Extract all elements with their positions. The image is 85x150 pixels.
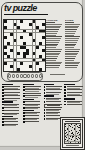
listing-text-line — [46, 94, 59, 95]
clue-line — [46, 22, 55, 23]
listing-text — [67, 86, 83, 88]
listing-text-line — [25, 101, 40, 102]
clue-line — [46, 26, 61, 27]
clue-column-across: ACROSS — [46, 19, 63, 72]
listing-text — [25, 107, 41, 109]
listing-entry — [23, 107, 42, 109]
listing-text-line — [67, 102, 80, 103]
bonus-circle — [31, 74, 34, 79]
clue-line — [46, 45, 57, 46]
clue-line — [46, 40, 60, 41]
listing-entry — [2, 104, 21, 106]
listing-entry — [23, 86, 42, 88]
solution-subcaption — [66, 145, 78, 146]
listing-entry — [23, 95, 42, 97]
time-header — [44, 95, 55, 96]
clue-line — [46, 62, 62, 63]
listing-text — [4, 121, 20, 123]
clue-line — [65, 31, 76, 32]
listing-text — [25, 112, 41, 114]
grid-cell[interactable] — [42, 68, 45, 71]
clue-line — [65, 49, 80, 50]
listing-entry — [23, 121, 42, 123]
listing-text-line — [4, 125, 16, 126]
listing-text — [4, 113, 20, 115]
listing-text — [4, 98, 20, 100]
clue-line — [65, 47, 74, 48]
listing-column — [23, 83, 42, 146]
listing-text-line — [46, 101, 61, 102]
listing-text — [25, 115, 41, 117]
time-header — [2, 101, 13, 102]
clue-line — [65, 38, 79, 39]
time-header — [2, 84, 13, 85]
listing-text-line — [25, 105, 38, 106]
crossword-grid[interactable] — [3, 19, 46, 72]
clue-line — [65, 33, 75, 34]
listing-entry — [23, 101, 42, 103]
listing-text-line — [67, 89, 83, 90]
clue-line — [46, 63, 61, 64]
clue-line — [65, 56, 76, 57]
listing-text-line — [25, 91, 39, 92]
listing-entry — [2, 95, 21, 97]
bonus-circle — [12, 74, 15, 79]
solution-cell — [79, 142, 80, 143]
time-header — [64, 84, 75, 85]
listing-text — [25, 101, 41, 103]
listing-text — [46, 92, 62, 94]
listing-text — [25, 104, 41, 106]
boxed-label-text — [47, 105, 60, 106]
listing-text — [4, 89, 20, 91]
clue-line — [46, 58, 57, 59]
clue-line — [65, 29, 77, 30]
listing-column — [2, 83, 21, 146]
bonus-circle — [20, 74, 23, 79]
clue-line — [65, 53, 78, 54]
time-header — [64, 98, 75, 99]
clue-line — [46, 36, 62, 37]
clue-line — [46, 65, 60, 66]
clue-line — [65, 62, 80, 63]
listing-text-line — [67, 88, 81, 89]
listing-text-line — [4, 114, 16, 115]
listing-text-line — [25, 93, 40, 94]
listing-text-line — [46, 99, 59, 100]
listing-text-line — [46, 115, 60, 116]
listing-text — [46, 101, 62, 103]
clue-line — [65, 27, 78, 28]
listing-text-line — [25, 88, 39, 89]
clue-list-header: DOWN — [65, 19, 72, 20]
listing-text-line — [4, 100, 17, 101]
listing-entry — [2, 92, 21, 94]
listing-text — [25, 121, 41, 123]
listing-text — [67, 92, 83, 94]
clue-line — [46, 67, 59, 68]
listing-entry — [2, 110, 21, 112]
listing-text-line — [4, 107, 19, 108]
listing-text — [46, 86, 62, 88]
listing-entry — [2, 98, 21, 100]
listing-text-line — [4, 110, 18, 111]
boxed-label — [44, 104, 63, 108]
listing-entry — [44, 109, 63, 111]
page-title: tv puzzle — [4, 2, 48, 15]
clue-line — [65, 24, 80, 25]
listing-text-line — [67, 104, 82, 105]
clue-line — [46, 35, 56, 36]
bonus-circle — [8, 74, 11, 79]
clue-line — [46, 24, 62, 25]
listing-entry — [2, 124, 21, 126]
listing-text-line — [46, 110, 59, 111]
listing-text — [46, 89, 62, 91]
clue-line — [65, 22, 74, 23]
footnote-text — [50, 74, 65, 75]
bonus-circle — [35, 74, 38, 79]
listing-text-line — [4, 89, 20, 90]
listing-entry — [2, 107, 21, 109]
clue-line — [65, 54, 77, 55]
listing-text-line — [4, 105, 17, 106]
listing-entry — [64, 95, 83, 97]
listing-entry — [2, 86, 21, 88]
listing-entry — [2, 89, 21, 91]
clue-line — [65, 67, 77, 68]
listing-text-line — [25, 108, 38, 109]
listing-text — [4, 110, 20, 112]
listing-text — [4, 124, 20, 126]
listing-text-line — [4, 121, 18, 122]
listing-text — [25, 89, 41, 91]
listing-entry — [64, 86, 83, 88]
listing-text-line — [25, 119, 37, 120]
listing-text-line — [25, 97, 38, 98]
listing-text — [46, 109, 62, 111]
bonus-circle — [16, 74, 19, 79]
listing-text — [25, 118, 41, 120]
clue-line — [65, 44, 76, 45]
clue-line — [46, 29, 59, 30]
clue-line — [46, 31, 58, 32]
listing-text — [46, 98, 62, 100]
listing-text — [4, 86, 20, 88]
clue-line — [65, 35, 74, 36]
clue-line — [46, 56, 58, 57]
listing-text — [4, 118, 20, 120]
listing-entry — [44, 101, 63, 103]
listing-text — [25, 95, 41, 97]
listing-entry — [64, 101, 83, 103]
listing-text — [67, 101, 83, 103]
clue-line — [65, 42, 77, 43]
listing-text-line — [46, 119, 58, 120]
listing-text-line — [4, 119, 16, 120]
listing-text — [46, 112, 62, 114]
time-header — [44, 84, 55, 85]
solution-grid — [64, 123, 81, 144]
time-header — [23, 110, 34, 111]
listing-entry — [44, 89, 63, 91]
clue-line — [65, 65, 78, 66]
listing-text — [4, 104, 20, 106]
listing-text — [4, 107, 20, 109]
listing-entry — [23, 89, 42, 91]
bonus-circle — [39, 74, 42, 79]
clue-line — [65, 45, 75, 46]
clue-line — [65, 36, 80, 37]
clue-line — [65, 51, 79, 52]
listing-entry — [44, 98, 63, 100]
clue-line — [46, 27, 60, 28]
clue-line — [46, 42, 59, 43]
bonus-letter-circles — [7, 72, 43, 81]
listing-entry — [23, 104, 42, 106]
clue-line — [46, 49, 62, 50]
listing-entry — [64, 89, 83, 91]
listing-entry — [2, 118, 21, 120]
listing-text — [67, 95, 83, 97]
listing-text-line — [4, 95, 19, 96]
clue-list-header: ACROSS — [46, 19, 53, 20]
clue-line — [46, 51, 61, 52]
listing-entry — [23, 115, 42, 117]
listing-entry — [23, 118, 42, 120]
listing-text — [4, 92, 20, 94]
listing-text — [4, 95, 20, 97]
listing-entry — [23, 112, 42, 114]
clue-column-down: DOWN — [65, 19, 81, 72]
listing-entry — [44, 92, 63, 94]
listing-entry — [44, 86, 63, 88]
bonus-circle — [27, 74, 30, 79]
clue-line — [65, 40, 78, 41]
clue-line — [46, 60, 56, 61]
listing-text — [67, 104, 83, 106]
solution-box-inner — [62, 119, 83, 148]
listing-text-line — [67, 95, 82, 96]
clue-line — [46, 38, 61, 39]
listing-text-line — [25, 115, 39, 116]
listing-text-line — [46, 88, 60, 89]
scanned-newspaper-page: tv puzzle ACROSS DOWN — [0, 0, 85, 150]
listing-entry — [64, 104, 83, 106]
clue-line — [46, 44, 58, 45]
listing-entry — [64, 92, 83, 94]
bonus-circle — [23, 74, 26, 79]
clue-line — [65, 60, 74, 61]
clue-line — [65, 63, 79, 64]
clue-line — [46, 47, 56, 48]
listing-text-line — [25, 121, 39, 122]
clue-line — [65, 58, 75, 59]
solution-box — [60, 117, 85, 150]
time-header — [23, 84, 34, 85]
listing-text — [25, 93, 41, 95]
time-header — [2, 116, 13, 117]
listing-text-line — [67, 94, 80, 95]
listing-text-line — [25, 113, 37, 114]
listing-text — [25, 86, 41, 88]
listing-entry — [2, 113, 21, 115]
clue-line — [46, 54, 59, 55]
listing-text-line — [4, 94, 17, 95]
listing-text-line — [46, 89, 62, 90]
listing-entry — [23, 93, 42, 95]
clue-line — [65, 26, 79, 27]
listing-text-line — [4, 88, 18, 89]
listing-entry — [44, 112, 63, 114]
listing-text-line — [46, 113, 58, 114]
listing-text — [67, 89, 83, 91]
listing-entry — [2, 121, 21, 123]
time-header — [23, 99, 34, 100]
clue-line — [46, 53, 60, 54]
clue-line — [46, 33, 57, 34]
